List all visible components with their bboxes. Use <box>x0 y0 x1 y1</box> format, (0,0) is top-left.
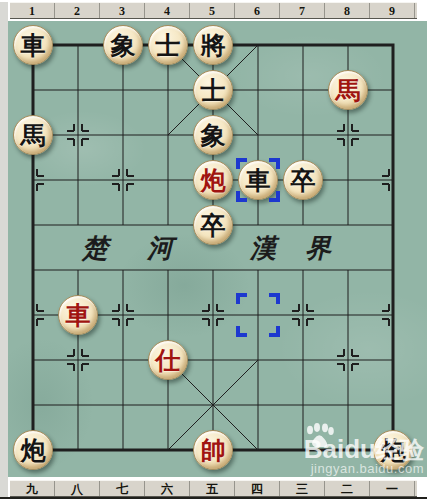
piece-black-soldier[interactable]: 卒 <box>193 205 233 245</box>
piece-glyph: 帥 <box>201 438 226 463</box>
piece-glyph: 卒 <box>201 213 226 238</box>
piece-black-general[interactable]: 將 <box>193 25 233 65</box>
river-text: 界 <box>305 234 333 263</box>
piece-glyph: 士 <box>156 33 181 58</box>
piece-red-advisor[interactable]: 仕 <box>148 340 188 380</box>
piece-black-elephant[interactable]: 象 <box>103 25 143 65</box>
piece-glyph: 馬 <box>21 123 46 148</box>
piece-black-cannon[interactable]: 炮 <box>373 430 413 470</box>
file-label: 3 <box>100 3 145 18</box>
file-label: 8 <box>325 3 370 18</box>
river-text: 漢 <box>249 234 280 263</box>
file-label: 9 <box>370 3 415 18</box>
file-label: 七 <box>100 481 145 496</box>
file-label: 四 <box>235 481 280 496</box>
river-text: 楚 <box>81 234 112 263</box>
piece-black-elephant[interactable]: 象 <box>193 115 233 155</box>
piece-glyph: 車 <box>21 33 46 58</box>
piece-red-general[interactable]: 帥 <box>193 430 233 470</box>
file-label: 八 <box>55 481 100 496</box>
river-text: 河 <box>146 234 178 263</box>
piece-glyph: 卒 <box>291 168 316 193</box>
piece-black-horse[interactable]: 馬 <box>13 115 53 155</box>
piece-black-chariot[interactable]: 車 <box>13 25 53 65</box>
file-label: 6 <box>235 3 280 18</box>
piece-black-soldier[interactable]: 卒 <box>283 160 323 200</box>
piece-glyph: 象 <box>201 123 226 148</box>
piece-glyph: 馬 <box>336 78 361 103</box>
file-label: 2 <box>55 3 100 18</box>
piece-glyph: 將 <box>201 33 226 58</box>
piece-black-chariot[interactable]: 車 <box>238 160 278 200</box>
file-labels-top: 123456789 <box>10 2 417 19</box>
piece-red-cannon[interactable]: 炮 <box>193 160 233 200</box>
piece-glyph: 車 <box>246 168 271 193</box>
file-label: 二 <box>325 481 370 496</box>
piece-glyph: 象 <box>111 33 136 58</box>
piece-red-chariot[interactable]: 車 <box>58 295 98 335</box>
piece-glyph: 車 <box>66 303 91 328</box>
file-label: 六 <box>145 481 190 496</box>
file-labels-bottom: 九八七六五四三二一 <box>10 480 417 497</box>
file-label: 7 <box>280 3 325 18</box>
piece-black-cannon[interactable]: 炮 <box>13 430 53 470</box>
piece-glyph: 士 <box>201 78 226 103</box>
piece-black-advisor[interactable]: 士 <box>193 70 233 110</box>
file-label: 1 <box>10 3 55 18</box>
file-label: 五 <box>190 481 235 496</box>
file-label: 三 <box>280 481 325 496</box>
file-label: 5 <box>190 3 235 18</box>
piece-black-advisor[interactable]: 士 <box>148 25 188 65</box>
bottom-rule <box>0 497 427 499</box>
file-label: 一 <box>370 481 415 496</box>
piece-glyph: 炮 <box>21 438 46 463</box>
file-label: 4 <box>145 3 190 18</box>
piece-red-horse[interactable]: 馬 <box>328 70 368 110</box>
piece-glyph: 仕 <box>156 348 181 373</box>
page-left-margin <box>0 2 8 497</box>
piece-glyph: 炮 <box>201 168 226 193</box>
piece-glyph: 炮 <box>381 438 406 463</box>
file-label: 九 <box>10 481 55 496</box>
xiangqi-board[interactable]: 楚河漢界 車象士將士馬馬象炮車卒卒車仕炮帥炮 Baidu经验 jingyan.b… <box>8 21 427 477</box>
